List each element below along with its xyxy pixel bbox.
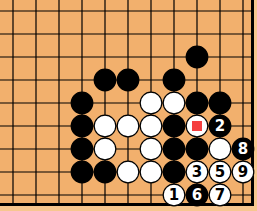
stone-move-number: 3 [192,163,202,181]
outer-margin-bottom [0,206,257,211]
stone-black [163,115,185,137]
stone-white [117,161,139,183]
stone-black [186,46,208,68]
stone-white [94,115,116,137]
stone-move-number: 1 [169,186,179,204]
stone-white [209,138,231,160]
stone-black [71,115,93,137]
stone-move-number: 7 [215,186,225,204]
stone-black [209,92,231,114]
stone-black [71,92,93,114]
red-square-mark [192,121,202,131]
stone-black [186,138,208,160]
stone-white [163,92,185,114]
outer-margin-right [254,0,257,211]
stone-white [140,92,162,114]
stone-white [140,115,162,137]
stone-move-number: 6 [192,186,202,204]
stone-black [94,161,116,183]
stone-move-number: 2 [215,117,225,135]
stone-white [140,138,162,160]
stone-white [94,138,116,160]
stone-black [94,69,116,91]
stone-move-number: 8 [238,140,248,158]
stone-move-number: 9 [238,163,248,181]
stone-black [163,69,185,91]
stone-black [163,161,185,183]
stone-white [117,115,139,137]
stone-black [71,161,93,183]
go-diagram: 28359167 [0,0,257,211]
stone-black [163,138,185,160]
stone-white [140,161,162,183]
go-board: 28359167 [0,0,257,211]
stone-black [71,138,93,160]
stone-black [117,69,139,91]
stone-move-number: 5 [215,163,225,181]
stone-black [186,92,208,114]
